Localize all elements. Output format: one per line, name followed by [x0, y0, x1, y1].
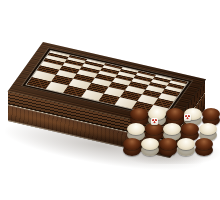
checker-stack-dark: [159, 138, 177, 156]
checker-dark: [202, 108, 220, 120]
product-photo-backgammon-set: [0, 0, 220, 200]
checker-light: [199, 123, 217, 135]
checker-dark: [181, 123, 199, 135]
checker-dark: [123, 138, 141, 150]
die-icon: [184, 114, 191, 121]
checker-light: [141, 138, 159, 150]
checker-stack-light: [177, 138, 195, 156]
checkers-group: [123, 108, 220, 164]
checker-dark: [195, 138, 213, 150]
checker-dark: [166, 108, 184, 120]
checker-light: [163, 123, 181, 135]
checker-light: [127, 123, 145, 135]
checker-stack-light: [141, 138, 159, 156]
checker-dark: [130, 108, 148, 120]
checker-stack-dark: [123, 138, 141, 156]
checker-dark: [159, 138, 177, 150]
die-icon: [151, 118, 158, 125]
checker-light: [177, 138, 195, 150]
checker-stack-dark: [195, 138, 213, 156]
